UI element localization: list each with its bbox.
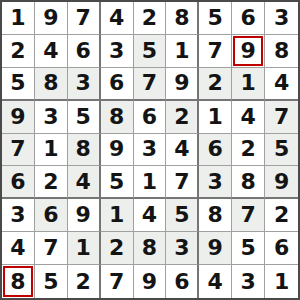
cell-r5c6[interactable]: 4 (166, 134, 199, 167)
cell-r7c6[interactable]: 5 (166, 199, 199, 232)
cell-r5c8[interactable]: 2 (232, 134, 265, 167)
cell-r1c1[interactable]: 1 (2, 2, 35, 35)
cell-r9c3[interactable]: 2 (68, 265, 101, 298)
cell-r1c5[interactable]: 2 (134, 2, 167, 35)
cell-r1c3[interactable]: 7 (68, 2, 101, 35)
cell-r3c8[interactable]: 1 (232, 68, 265, 101)
cell-r5c3[interactable]: 8 (68, 134, 101, 167)
cell-r6c4[interactable]: 5 (101, 166, 134, 199)
cell-r4c1[interactable]: 9 (2, 101, 35, 134)
cell-r1c7[interactable]: 5 (199, 2, 232, 35)
cell-r6c3[interactable]: 4 (68, 166, 101, 199)
cell-r6c9[interactable]: 9 (265, 166, 298, 199)
cell-r4c9[interactable]: 7 (265, 101, 298, 134)
cell-r9c5[interactable]: 9 (134, 265, 167, 298)
cell-r3c5[interactable]: 7 (134, 68, 167, 101)
cell-r3c4[interactable]: 6 (101, 68, 134, 101)
cell-r7c9[interactable]: 2 (265, 199, 298, 232)
cell-r7c8[interactable]: 7 (232, 199, 265, 232)
cell-r9c6[interactable]: 6 (166, 265, 199, 298)
cell-r8c2[interactable]: 7 (35, 232, 68, 265)
cell-r3c3[interactable]: 3 (68, 68, 101, 101)
cell-r9c4[interactable]: 7 (101, 265, 134, 298)
cell-r6c7[interactable]: 3 (199, 166, 232, 199)
cell-r2c9[interactable]: 8 (265, 35, 298, 68)
cell-r7c1[interactable]: 3 (2, 199, 35, 232)
cell-r6c6[interactable]: 7 (166, 166, 199, 199)
cell-r8c7[interactable]: 9 (199, 232, 232, 265)
cell-r2c2[interactable]: 4 (35, 35, 68, 68)
cell-r3c7[interactable]: 2 (199, 68, 232, 101)
cell-r8c6[interactable]: 3 (166, 232, 199, 265)
cell-r4c2[interactable]: 3 (35, 101, 68, 134)
cell-r4c3[interactable]: 5 (68, 101, 101, 134)
cell-r1c6[interactable]: 8 (166, 2, 199, 35)
cell-r8c8[interactable]: 5 (232, 232, 265, 265)
cell-r7c7[interactable]: 8 (199, 199, 232, 232)
cell-r8c1[interactable]: 4 (2, 232, 35, 265)
cell-r7c2[interactable]: 6 (35, 199, 68, 232)
cell-r4c6[interactable]: 2 (166, 101, 199, 134)
cell-r7c4[interactable]: 1 (101, 199, 134, 232)
cell-r4c7[interactable]: 1 (199, 101, 232, 134)
cell-r7c3[interactable]: 9 (68, 199, 101, 232)
cell-r3c2[interactable]: 8 (35, 68, 68, 101)
cell-r8c3[interactable]: 1 (68, 232, 101, 265)
cell-r9c9[interactable]: 1 (265, 265, 298, 298)
cell-r4c8[interactable]: 4 (232, 101, 265, 134)
cell-r7c5[interactable]: 4 (134, 199, 167, 232)
cell-r2c4[interactable]: 3 (101, 35, 134, 68)
cell-r2c8[interactable]: 9 (232, 35, 265, 68)
cell-r1c9[interactable]: 3 (265, 2, 298, 35)
cell-r3c1[interactable]: 5 (2, 68, 35, 101)
cell-r5c2[interactable]: 1 (35, 134, 68, 167)
cell-r2c1[interactable]: 2 (2, 35, 35, 68)
sudoku-grid: 1974285632463517985836792149358621477189… (2, 2, 298, 298)
cell-r9c7[interactable]: 4 (199, 265, 232, 298)
cell-r9c2[interactable]: 5 (35, 265, 68, 298)
cell-r2c5[interactable]: 5 (134, 35, 167, 68)
cell-r5c9[interactable]: 5 (265, 134, 298, 167)
cell-r8c5[interactable]: 8 (134, 232, 167, 265)
cell-r9c8[interactable]: 3 (232, 265, 265, 298)
cell-r2c3[interactable]: 6 (68, 35, 101, 68)
cell-r4c5[interactable]: 6 (134, 101, 167, 134)
cell-r9c1[interactable]: 8 (2, 265, 35, 298)
cell-r5c5[interactable]: 3 (134, 134, 167, 167)
cell-r8c9[interactable]: 6 (265, 232, 298, 265)
cell-r1c4[interactable]: 4 (101, 2, 134, 35)
cell-r2c7[interactable]: 7 (199, 35, 232, 68)
cell-r8c4[interactable]: 2 (101, 232, 134, 265)
cell-r6c1[interactable]: 6 (2, 166, 35, 199)
cell-r3c6[interactable]: 9 (166, 68, 199, 101)
cell-r6c2[interactable]: 2 (35, 166, 68, 199)
cell-r3c9[interactable]: 4 (265, 68, 298, 101)
cell-r5c1[interactable]: 7 (2, 134, 35, 167)
cell-r6c5[interactable]: 1 (134, 166, 167, 199)
cell-r1c8[interactable]: 6 (232, 2, 265, 35)
cell-r4c4[interactable]: 8 (101, 101, 134, 134)
cell-r5c7[interactable]: 6 (199, 134, 232, 167)
sudoku-board: 1974285632463517985836792149358621477189… (0, 0, 300, 300)
cell-r5c4[interactable]: 9 (101, 134, 134, 167)
cell-r6c8[interactable]: 8 (232, 166, 265, 199)
cell-r1c2[interactable]: 9 (35, 2, 68, 35)
cell-r2c6[interactable]: 1 (166, 35, 199, 68)
